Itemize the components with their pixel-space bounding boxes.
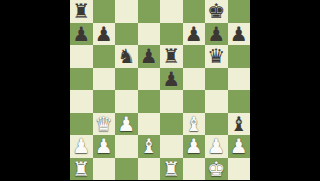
square-f8[interactable] — [183, 0, 206, 23]
square-f2[interactable]: ♟ — [183, 135, 206, 158]
square-g5[interactable] — [205, 68, 228, 91]
black-pawn-piece-a7[interactable]: ♟ — [72, 23, 90, 45]
white-pawn-piece-f2[interactable]: ♟ — [185, 135, 203, 157]
white-rook-piece-a1[interactable]: ♜ — [72, 158, 90, 180]
white-pawn-piece-c3[interactable]: ♟ — [117, 113, 135, 135]
square-h2[interactable]: ♟ — [228, 135, 251, 158]
black-rook-piece-a8[interactable]: ♜ — [72, 0, 90, 22]
square-a1[interactable]: ♜ — [70, 158, 93, 181]
square-f1[interactable] — [183, 158, 206, 181]
game-screenshot: ♜♚♟♟♟♟♟♞♟♜♛♟♛♟♝♝♟♟♝♟♟♟♜♜♚ — [0, 0, 320, 180]
black-pawn-piece-f7[interactable]: ♟ — [185, 23, 203, 45]
square-c4[interactable] — [115, 90, 138, 113]
black-pawn-piece-g7[interactable]: ♟ — [207, 23, 225, 45]
square-c5[interactable] — [115, 68, 138, 91]
square-e2[interactable] — [160, 135, 183, 158]
square-b1[interactable] — [93, 158, 116, 181]
square-b6[interactable] — [93, 45, 116, 68]
square-g2[interactable]: ♟ — [205, 135, 228, 158]
square-a3[interactable] — [70, 113, 93, 136]
square-e6[interactable]: ♜ — [160, 45, 183, 68]
square-f7[interactable]: ♟ — [183, 23, 206, 46]
square-f5[interactable] — [183, 68, 206, 91]
square-d1[interactable] — [138, 158, 161, 181]
square-e3[interactable] — [160, 113, 183, 136]
square-g6[interactable]: ♛ — [205, 45, 228, 68]
square-d4[interactable] — [138, 90, 161, 113]
square-c6[interactable]: ♞ — [115, 45, 138, 68]
white-bishop-piece-d2[interactable]: ♝ — [140, 135, 158, 157]
square-d5[interactable] — [138, 68, 161, 91]
square-g7[interactable]: ♟ — [205, 23, 228, 46]
white-pawn-piece-b2[interactable]: ♟ — [95, 135, 113, 157]
black-pawn-piece-d6[interactable]: ♟ — [140, 45, 158, 67]
square-c8[interactable] — [115, 0, 138, 23]
square-e1[interactable]: ♜ — [160, 158, 183, 181]
letterbox-right — [250, 0, 320, 180]
square-f3[interactable]: ♝ — [183, 113, 206, 136]
square-g8[interactable]: ♚ — [205, 0, 228, 23]
square-e8[interactable] — [160, 0, 183, 23]
square-a4[interactable] — [70, 90, 93, 113]
black-pawn-piece-e5[interactable]: ♟ — [162, 68, 180, 90]
square-b8[interactable] — [93, 0, 116, 23]
square-a5[interactable] — [70, 68, 93, 91]
square-h8[interactable] — [228, 0, 251, 23]
square-b5[interactable] — [93, 68, 116, 91]
square-d3[interactable] — [138, 113, 161, 136]
square-d2[interactable]: ♝ — [138, 135, 161, 158]
square-h4[interactable] — [228, 90, 251, 113]
square-e5[interactable]: ♟ — [160, 68, 183, 91]
square-c1[interactable] — [115, 158, 138, 181]
black-bishop-piece-h3[interactable]: ♝ — [230, 113, 248, 135]
square-d6[interactable]: ♟ — [138, 45, 161, 68]
square-h5[interactable] — [228, 68, 251, 91]
square-g4[interactable] — [205, 90, 228, 113]
black-knight-piece-c6[interactable]: ♞ — [117, 45, 135, 67]
black-queen-piece-g6[interactable]: ♛ — [207, 45, 225, 67]
square-b7[interactable]: ♟ — [93, 23, 116, 46]
square-d8[interactable] — [138, 0, 161, 23]
white-king-piece-g1[interactable]: ♚ — [207, 158, 225, 180]
white-pawn-piece-h2[interactable]: ♟ — [230, 135, 248, 157]
black-king-piece-g8[interactable]: ♚ — [207, 0, 225, 22]
square-d7[interactable] — [138, 23, 161, 46]
square-a8[interactable]: ♜ — [70, 0, 93, 23]
square-g3[interactable] — [205, 113, 228, 136]
square-a2[interactable]: ♟ — [70, 135, 93, 158]
square-h3[interactable]: ♝ — [228, 113, 251, 136]
square-b2[interactable]: ♟ — [93, 135, 116, 158]
square-h6[interactable] — [228, 45, 251, 68]
black-rook-piece-e6[interactable]: ♜ — [162, 45, 180, 67]
square-e4[interactable] — [160, 90, 183, 113]
white-queen-piece-b3[interactable]: ♛ — [95, 113, 113, 135]
square-f6[interactable] — [183, 45, 206, 68]
letterbox-left — [0, 0, 70, 180]
chess-board: ♜♚♟♟♟♟♟♞♟♜♛♟♛♟♝♝♟♟♝♟♟♟♜♜♚ — [70, 0, 250, 180]
square-e7[interactable] — [160, 23, 183, 46]
white-pawn-piece-g2[interactable]: ♟ — [207, 135, 225, 157]
black-pawn-piece-b7[interactable]: ♟ — [95, 23, 113, 45]
square-f4[interactable] — [183, 90, 206, 113]
white-pawn-piece-a2[interactable]: ♟ — [72, 135, 90, 157]
square-c3[interactable]: ♟ — [115, 113, 138, 136]
square-h1[interactable] — [228, 158, 251, 181]
square-h7[interactable]: ♟ — [228, 23, 251, 46]
white-rook-piece-e1[interactable]: ♜ — [162, 158, 180, 180]
square-g1[interactable]: ♚ — [205, 158, 228, 181]
white-bishop-piece-f3[interactable]: ♝ — [185, 113, 203, 135]
square-a7[interactable]: ♟ — [70, 23, 93, 46]
black-pawn-piece-h7[interactable]: ♟ — [230, 23, 248, 45]
square-b4[interactable] — [93, 90, 116, 113]
square-c2[interactable] — [115, 135, 138, 158]
square-b3[interactable]: ♛ — [93, 113, 116, 136]
square-c7[interactable] — [115, 23, 138, 46]
square-a6[interactable] — [70, 45, 93, 68]
